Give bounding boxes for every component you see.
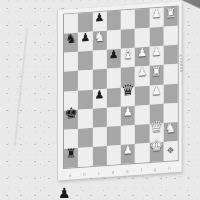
square-d8[interactable] [64, 71, 78, 91]
chess-board: ♟♟♜♞♟♞♟♝♟♟♟♜♟♛♟♚♟♛♞♜♟♚❖ abcdefgh ®CHESS [58, 1, 182, 180]
coordinate-label-a: a [69, 172, 71, 177]
black-rook-h8[interactable]: ♜ [66, 147, 77, 160]
black-king-f8[interactable]: ♚ [64, 106, 77, 122]
white-knight-g1[interactable]: ♞ [165, 121, 177, 135]
white-pawn-c2[interactable]: ♟ [151, 46, 161, 58]
black-pawn-e6[interactable]: ♟ [95, 89, 105, 101]
square-f6[interactable] [92, 107, 106, 127]
black-knight-b8[interactable]: ♞ [65, 32, 77, 46]
square-h3[interactable] [135, 143, 149, 163]
square-d6[interactable] [92, 69, 106, 89]
square-a7[interactable] [78, 13, 92, 33]
white-pawn-f4[interactable]: ♟ [123, 106, 133, 118]
square-h5[interactable] [107, 145, 121, 165]
white-king-h2[interactable]: ♚ [150, 138, 163, 154]
square-d5[interactable] [107, 68, 121, 88]
white-pawn-a2[interactable]: ♟ [151, 8, 161, 20]
square-b6[interactable]: ♞ [92, 31, 106, 51]
square-g6[interactable] [92, 127, 106, 147]
table-corner-shadow [180, 0, 200, 13]
square-b5[interactable] [107, 30, 121, 50]
white-rook-d2[interactable]: ♜ [151, 65, 162, 78]
white-queen-g2[interactable]: ♛ [150, 119, 163, 135]
coordinate-label-b: b [83, 171, 86, 176]
square-c4[interactable]: ♝ [121, 48, 135, 68]
square-h7[interactable] [78, 147, 92, 167]
white-knight-b6[interactable]: ♞ [94, 30, 106, 44]
coordinate-label-g: g [154, 167, 157, 172]
board-photo: ♟♟♜♞♟♞♟♝♟♟♟♜♟♛♟♚♟♛♞♜♟♚❖ abcdefgh ®CHESS … [0, 0, 200, 200]
square-e5[interactable] [107, 87, 121, 107]
square-a4[interactable] [121, 10, 135, 30]
square-d3[interactable]: ♟ [135, 66, 149, 86]
square-h4[interactable]: ♟ [121, 144, 135, 164]
square-b8[interactable]: ♞ [64, 33, 78, 53]
black-pawn-a6[interactable]: ♟ [95, 12, 105, 24]
square-f5[interactable] [107, 106, 121, 126]
square-f7[interactable] [78, 108, 92, 128]
square-b2[interactable] [149, 27, 163, 47]
square-c3[interactable]: ♟ [135, 47, 149, 67]
square-d7[interactable] [78, 70, 92, 90]
square-b7[interactable]: ♟ [78, 32, 92, 52]
square-g1[interactable]: ♞ [163, 122, 177, 142]
coordinate-label-c: c [98, 170, 100, 175]
black-queen-e4[interactable]: ♛ [121, 82, 134, 98]
square-a3[interactable] [135, 9, 149, 29]
square-c1[interactable] [163, 45, 177, 65]
coordinate-label-d: d [112, 169, 115, 174]
square-h1[interactable]: ❖ [163, 141, 177, 161]
square-d2[interactable]: ♜ [149, 65, 163, 85]
white-pawn-d3[interactable]: ♟ [137, 66, 147, 78]
square-a5[interactable] [107, 11, 121, 31]
square-c7[interactable] [78, 51, 92, 71]
square-c8[interactable] [64, 52, 78, 72]
square-h6[interactable] [92, 146, 106, 166]
black-pawn-b7[interactable]: ♟ [80, 32, 90, 44]
coordinate-label-f: f [141, 168, 142, 173]
square-e1[interactable] [163, 83, 177, 103]
white-pawn-h4[interactable]: ♟ [123, 144, 133, 156]
square-c6[interactable] [92, 50, 106, 70]
square-g5[interactable] [107, 126, 121, 146]
brand-text: ®CHESS [179, 53, 183, 72]
square-f3[interactable] [135, 104, 149, 124]
black-pawn-c5[interactable]: ♟ [109, 49, 119, 61]
white-bishop-c4[interactable]: ♝ [122, 47, 134, 61]
square-a2[interactable]: ♟ [149, 8, 163, 28]
square-e6[interactable]: ♟ [92, 88, 106, 108]
square-e4[interactable]: ♛ [121, 86, 135, 106]
square-b1[interactable] [163, 26, 177, 46]
square-h2[interactable]: ♚ [149, 142, 163, 162]
square-e3[interactable] [135, 85, 149, 105]
square-e7[interactable] [78, 89, 92, 109]
square-b3[interactable] [135, 28, 149, 48]
board-corner-emblem-icon: ❖ [163, 141, 177, 161]
square-e2[interactable]: ♟ [149, 84, 163, 104]
square-g3[interactable] [135, 124, 149, 144]
square-f8[interactable]: ♚ [64, 109, 78, 129]
square-a1[interactable]: ♜ [163, 7, 177, 27]
coordinate-label-e: e [126, 168, 128, 173]
square-c5[interactable]: ♟ [107, 49, 121, 69]
white-pawn-e2[interactable]: ♟ [151, 85, 161, 97]
square-f4[interactable]: ♟ [121, 105, 135, 125]
board-grid: ♟♟♜♞♟♞♟♝♟♟♟♜♟♛♟♚♟♛♞♜♟♚❖ [63, 6, 179, 169]
white-pawn-c3[interactable]: ♟ [137, 47, 147, 59]
captured-piece-black-pawn[interactable]: ♟ [58, 186, 71, 200]
square-g7[interactable] [78, 128, 92, 148]
white-rook-a1[interactable]: ♜ [165, 6, 176, 19]
square-h8[interactable]: ♜ [64, 148, 78, 168]
coordinate-label-h: h [168, 166, 171, 171]
square-g4[interactable] [121, 125, 135, 145]
square-d1[interactable] [163, 64, 177, 84]
